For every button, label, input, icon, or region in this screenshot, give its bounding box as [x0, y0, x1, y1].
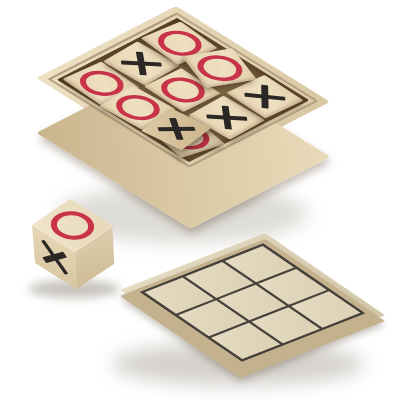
board-grid [140, 244, 365, 362]
box-lid-groove [47, 12, 319, 167]
wooden-storage-box [36, 6, 330, 174]
box-cavity [57, 18, 309, 162]
product-photo-scene [0, 0, 400, 400]
